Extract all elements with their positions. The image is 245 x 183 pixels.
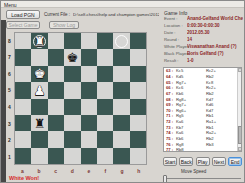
black-move: Ra2+ xyxy=(206,130,234,135)
move-row[interactable]: 77 :Rb8 xyxy=(164,147,241,152)
square-f6[interactable] xyxy=(97,66,113,82)
black-move: Ra1+ xyxy=(206,119,234,124)
square-c7[interactable] xyxy=(48,49,64,65)
white-move: Rg8 xyxy=(176,142,206,147)
file-label-e: e xyxy=(84,168,94,174)
current-file-label: Current File : xyxy=(44,12,70,17)
move-row[interactable]: 70 :Rg6+Kd7 xyxy=(164,107,241,113)
move-row[interactable]: 65 :Rg7+Kc8 xyxy=(164,79,241,85)
info-label: Result : xyxy=(164,58,179,63)
square-f7[interactable] xyxy=(97,49,113,65)
square-a6[interactable] xyxy=(15,66,31,82)
black-move: Rb2 xyxy=(206,136,234,141)
square-h6[interactable] xyxy=(130,66,146,82)
square-d3[interactable] xyxy=(64,115,80,131)
square-a2[interactable] xyxy=(15,131,31,147)
square-f8[interactable] xyxy=(97,33,113,49)
square-b7[interactable] xyxy=(31,49,47,65)
chess-app-window: Menu Load PGN Current File : D:\self-che… xyxy=(0,0,245,183)
square-g2[interactable] xyxy=(113,131,129,147)
white-move: Rb8 xyxy=(176,147,206,152)
move-number: 66 : xyxy=(166,85,176,90)
square-g8[interactable] xyxy=(113,33,129,49)
white-move: Kb7 xyxy=(176,125,206,130)
square-h5[interactable] xyxy=(130,82,146,98)
load-pgn-button[interactable]: Load PGN xyxy=(6,10,40,19)
move-row[interactable]: 75 :Kb6Rb2 xyxy=(164,136,241,142)
move-number: 77 : xyxy=(166,147,176,152)
move-row[interactable]: 73 :Kb7Rb1 xyxy=(164,124,241,130)
square-e8[interactable] xyxy=(81,33,97,49)
square-f3[interactable] xyxy=(97,115,113,131)
move-number: 73 : xyxy=(166,125,176,130)
chess-board: ♜♚♚♟♜ xyxy=(14,32,147,165)
move-row[interactable]: 71 :Rg5Rb1 xyxy=(164,113,241,119)
black-move: Kd6 xyxy=(206,102,234,107)
square-f4[interactable] xyxy=(97,99,113,115)
white-move: Rg8+ xyxy=(176,97,206,102)
square-c6[interactable] xyxy=(48,66,64,82)
move-number: 72 : xyxy=(166,119,176,124)
move-number: 76 : xyxy=(166,142,176,147)
white-king: ♚ xyxy=(34,67,46,80)
square-e6[interactable] xyxy=(81,66,97,82)
info-label: Date : xyxy=(164,30,175,35)
rank-label-6: 6 xyxy=(6,71,13,77)
next-button[interactable]: Next xyxy=(212,157,226,166)
square-b2[interactable] xyxy=(31,131,47,147)
result-banner: White Won! xyxy=(9,175,39,181)
end-button[interactable]: End xyxy=(228,157,242,166)
highlight-ring-g8 xyxy=(115,35,128,48)
black-move: Rb2 xyxy=(206,74,234,79)
square-b5[interactable]: ♟ xyxy=(31,82,47,98)
white-move: Kc5 xyxy=(176,68,206,73)
info-value: Anand-Gelfand World Chess Cha xyxy=(187,16,243,21)
move-number: 68 : xyxy=(166,97,176,102)
square-d7[interactable]: ♚ xyxy=(64,49,80,65)
info-value: 1-0 xyxy=(187,58,243,63)
square-e3[interactable] xyxy=(81,115,97,131)
square-c3[interactable] xyxy=(48,115,64,131)
info-label: Location : xyxy=(164,23,183,28)
scrollbar-thumb[interactable] xyxy=(238,126,242,144)
info-value: 14 xyxy=(187,37,243,42)
square-g4[interactable] xyxy=(113,99,129,115)
square-c8[interactable] xyxy=(48,33,64,49)
square-b8[interactable]: ♜ xyxy=(31,33,47,49)
file-label-d: d xyxy=(67,168,77,174)
square-h2[interactable] xyxy=(130,131,146,147)
square-h4[interactable] xyxy=(130,99,146,115)
white-move: Rg5 xyxy=(176,113,206,118)
move-speed-slider[interactable] xyxy=(164,178,241,179)
back-button[interactable]: Back xyxy=(179,157,193,166)
square-e4[interactable] xyxy=(81,99,97,115)
square-h8[interactable] xyxy=(130,33,146,49)
square-b4[interactable] xyxy=(31,99,47,115)
move-number: 64 : xyxy=(166,74,176,79)
rank-label-4: 4 xyxy=(6,104,13,110)
menu-item[interactable]: Menu xyxy=(4,2,17,8)
square-g1[interactable] xyxy=(113,148,129,164)
info-value: Viswanathan Anand (?) xyxy=(187,44,243,49)
black-move: Kc8 xyxy=(206,80,234,85)
menu-bar[interactable]: Menu xyxy=(1,1,244,8)
square-a1[interactable] xyxy=(15,148,31,164)
square-d8[interactable] xyxy=(64,33,80,49)
rank-label-2: 2 xyxy=(6,137,13,143)
rank-label-3: 3 xyxy=(6,121,13,127)
square-e1[interactable] xyxy=(81,148,97,164)
select-game-button[interactable]: Select Game xyxy=(6,21,40,29)
square-c1[interactable] xyxy=(48,148,64,164)
move-number: 67 : xyxy=(166,91,176,96)
rank-label-7: 7 xyxy=(6,54,13,60)
square-d6[interactable] xyxy=(64,66,80,82)
black-move: Rb3 xyxy=(206,142,234,147)
black-move: Kd7 xyxy=(206,108,234,113)
info-value: 0:00:30-0:00:30 xyxy=(187,23,243,28)
scroll-up-icon[interactable] xyxy=(238,68,242,72)
file-label-b: b xyxy=(34,168,44,174)
square-c5[interactable] xyxy=(48,82,64,98)
file-label-h: h xyxy=(134,168,144,174)
white-move: Ka6 xyxy=(176,130,206,135)
square-f5[interactable] xyxy=(97,82,113,98)
square-c2[interactable] xyxy=(48,131,64,147)
move-number: 74 : xyxy=(166,130,176,135)
square-c4[interactable] xyxy=(48,99,64,115)
play-button[interactable]: Play xyxy=(196,157,210,166)
move-number: 63 : xyxy=(166,68,176,73)
move-row[interactable]: 67 :Kb6Rb2 xyxy=(164,91,241,97)
black-king: ♚ xyxy=(66,51,78,64)
move-number: 70 : xyxy=(166,108,176,113)
black-move: Rb1 xyxy=(206,125,234,130)
square-h1[interactable] xyxy=(130,148,146,164)
move-number: 71 : xyxy=(166,113,176,118)
black-move: Rc2+ xyxy=(206,85,234,90)
square-g6[interactable] xyxy=(113,66,129,82)
show-log-button[interactable]: Show Log xyxy=(49,21,79,29)
move-list[interactable]: 63 :Kc5Rc2+64 :Kd5Rb265 :Rg7+Kc866 :Kc6R… xyxy=(163,67,242,152)
rank-label-8: 8 xyxy=(6,38,13,44)
white-move: Ka6 xyxy=(176,119,206,124)
move-rows: 63 :Kc5Rc2+64 :Kd5Rb265 :Rg7+Kc866 :Kc6R… xyxy=(164,68,241,152)
move-number: 69 : xyxy=(166,102,176,107)
square-e5[interactable] xyxy=(81,82,97,98)
white-move: Rg7+ xyxy=(176,80,206,85)
move-number: 65 : xyxy=(166,80,176,85)
current-file-path: D:\self-chess\help and champion games\20… xyxy=(73,12,159,17)
info-label: Event : xyxy=(164,16,177,21)
file-label-g: g xyxy=(117,168,127,174)
move-row[interactable]: 66 :Kc6Rc2+ xyxy=(164,85,241,91)
square-b3[interactable]: ♜ xyxy=(31,115,47,131)
black-rook: ♜ xyxy=(34,117,46,130)
move-speed-label: Move Speed xyxy=(181,169,206,174)
black-move: Rb1 xyxy=(206,113,234,118)
move-list-scrollbar[interactable] xyxy=(237,68,241,151)
white-move: Kb6 xyxy=(176,136,206,141)
square-f2[interactable] xyxy=(97,131,113,147)
move-row[interactable]: 68 :Rg8+Kd7 xyxy=(164,96,241,102)
black-move: Rc2+ xyxy=(206,68,234,73)
square-a8[interactable] xyxy=(15,33,31,49)
square-d2[interactable] xyxy=(64,131,80,147)
square-e7[interactable] xyxy=(81,49,97,65)
scroll-down-icon[interactable] xyxy=(238,147,242,151)
square-h7[interactable] xyxy=(130,49,146,65)
square-a4[interactable] xyxy=(15,99,31,115)
move-row[interactable]: 69 :Rg7+Kd6 xyxy=(164,102,241,108)
file-label-a: a xyxy=(17,168,27,174)
square-d1[interactable] xyxy=(64,148,80,164)
move-row[interactable]: 64 :Kd5Rb2 xyxy=(164,74,241,80)
black-move: Rb2 xyxy=(206,91,234,96)
white-rook: ♜ xyxy=(34,35,46,48)
square-g7[interactable] xyxy=(113,49,129,65)
file-label-c: c xyxy=(51,168,61,174)
square-h3[interactable] xyxy=(130,115,146,131)
info-value: Boris Gelfand (?) xyxy=(187,51,243,56)
info-value: 2012.05.30 xyxy=(187,30,243,35)
move-row[interactable]: 63 :Kc5Rc2+ xyxy=(164,68,241,74)
slider-thumb[interactable] xyxy=(163,175,167,183)
square-d4[interactable] xyxy=(64,99,80,115)
file-label-f: f xyxy=(100,168,110,174)
move-number: 75 : xyxy=(166,136,176,141)
white-move: Kd5 xyxy=(176,74,206,79)
square-g5[interactable] xyxy=(113,82,129,98)
info-label: Round : xyxy=(164,37,179,42)
square-a5[interactable] xyxy=(15,82,31,98)
rank-label-1: 1 xyxy=(6,154,13,160)
square-e2[interactable] xyxy=(81,131,97,147)
white-move: Kc6 xyxy=(176,85,206,90)
white-move: Rg6+ xyxy=(176,108,206,113)
white-move: Kb6 xyxy=(176,91,206,96)
square-b1[interactable] xyxy=(31,148,47,164)
square-g3[interactable] xyxy=(113,115,129,131)
square-f1[interactable] xyxy=(97,148,113,164)
move-row[interactable]: 74 :Ka6Ra2+ xyxy=(164,130,241,136)
move-row[interactable]: 72 :Ka6Ra1+ xyxy=(164,119,241,125)
white-pawn: ♟ xyxy=(34,84,46,97)
square-a3[interactable] xyxy=(15,115,31,131)
square-a7[interactable] xyxy=(15,49,31,65)
black-move: Kd7 xyxy=(206,97,234,102)
white-move: Rg7+ xyxy=(176,102,206,107)
move-row[interactable]: 76 :Rg8Rb3 xyxy=(164,141,241,147)
rank-label-5: 5 xyxy=(6,87,13,93)
start-button[interactable]: Start xyxy=(163,157,177,166)
square-b6[interactable]: ♚ xyxy=(31,66,47,82)
square-d5[interactable] xyxy=(64,82,80,98)
